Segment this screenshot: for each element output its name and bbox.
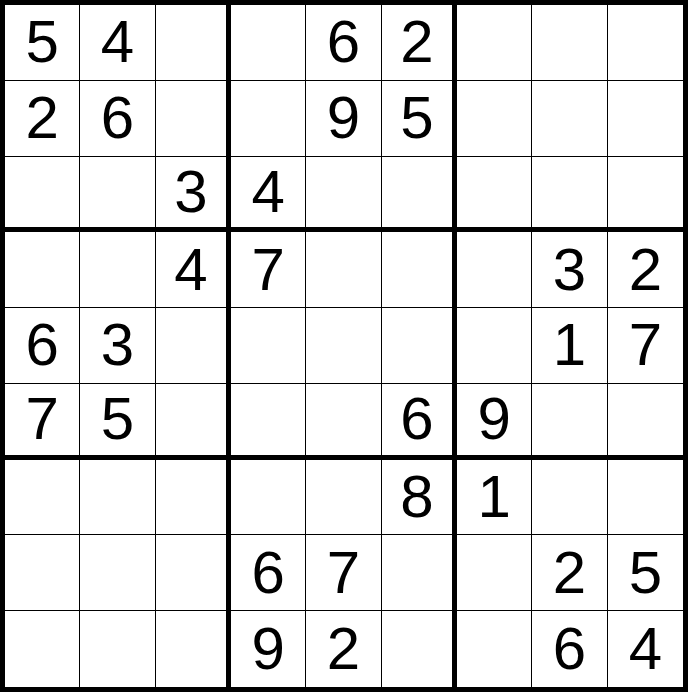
cell-r1c3-empty[interactable] — [156, 5, 231, 81]
cell-r8c1-empty[interactable] — [5, 535, 80, 611]
cell-r3c3-given: 3 — [156, 157, 231, 233]
cell-r9c1-empty[interactable] — [5, 611, 80, 687]
cell-r5c6-empty[interactable] — [382, 308, 457, 384]
cell-r5c7-empty[interactable] — [457, 308, 532, 384]
cell-r3c8-empty[interactable] — [532, 157, 607, 233]
cell-r7c9-empty[interactable] — [608, 460, 683, 536]
cell-r8c9-given: 5 — [608, 535, 683, 611]
cell-r4c1-empty[interactable] — [5, 232, 80, 308]
cell-r7c3-empty[interactable] — [156, 460, 231, 536]
cell-r7c6-given: 8 — [382, 460, 457, 536]
cell-r4c7-empty[interactable] — [457, 232, 532, 308]
cell-r1c4-empty[interactable] — [231, 5, 306, 81]
cell-r6c9-empty[interactable] — [608, 384, 683, 460]
sudoku-page: 54622695344732631775698167259264 — [0, 0, 691, 695]
cell-r5c9-given: 7 — [608, 308, 683, 384]
cell-r2c3-empty[interactable] — [156, 81, 231, 157]
cell-r8c8-given: 2 — [532, 535, 607, 611]
cell-r2c8-empty[interactable] — [532, 81, 607, 157]
cell-r9c7-empty[interactable] — [457, 611, 532, 687]
cell-r5c5-empty[interactable] — [306, 308, 381, 384]
cell-r4c4-given: 7 — [231, 232, 306, 308]
cell-r2c9-empty[interactable] — [608, 81, 683, 157]
cell-r4c6-empty[interactable] — [382, 232, 457, 308]
cell-r1c5-given: 6 — [306, 5, 381, 81]
cell-r9c2-empty[interactable] — [80, 611, 155, 687]
sudoku-board: 54622695344732631775698167259264 — [0, 0, 688, 692]
cell-r6c3-empty[interactable] — [156, 384, 231, 460]
cell-r9c6-empty[interactable] — [382, 611, 457, 687]
cell-r8c6-empty[interactable] — [382, 535, 457, 611]
cell-r8c7-empty[interactable] — [457, 535, 532, 611]
cell-r6c1-given: 7 — [5, 384, 80, 460]
cell-r7c7-given: 1 — [457, 460, 532, 536]
cell-r2c7-empty[interactable] — [457, 81, 532, 157]
cell-r4c9-given: 2 — [608, 232, 683, 308]
cell-r2c1-given: 2 — [5, 81, 80, 157]
cell-r1c1-given: 5 — [5, 5, 80, 81]
cell-r5c3-empty[interactable] — [156, 308, 231, 384]
cell-r3c5-empty[interactable] — [306, 157, 381, 233]
cell-r7c5-empty[interactable] — [306, 460, 381, 536]
cell-r6c6-given: 6 — [382, 384, 457, 460]
cell-r3c1-empty[interactable] — [5, 157, 80, 233]
cell-r3c4-given: 4 — [231, 157, 306, 233]
cell-r8c3-empty[interactable] — [156, 535, 231, 611]
cell-r1c7-empty[interactable] — [457, 5, 532, 81]
cell-r6c2-given: 5 — [80, 384, 155, 460]
cell-r3c9-empty[interactable] — [608, 157, 683, 233]
cell-r4c8-given: 3 — [532, 232, 607, 308]
cell-r6c4-empty[interactable] — [231, 384, 306, 460]
cell-r8c2-empty[interactable] — [80, 535, 155, 611]
cell-r4c5-empty[interactable] — [306, 232, 381, 308]
cell-r7c4-empty[interactable] — [231, 460, 306, 536]
cell-r7c2-empty[interactable] — [80, 460, 155, 536]
cell-r7c8-empty[interactable] — [532, 460, 607, 536]
cell-r5c8-given: 1 — [532, 308, 607, 384]
cell-r8c4-given: 6 — [231, 535, 306, 611]
cell-r8c5-given: 7 — [306, 535, 381, 611]
cell-r6c5-empty[interactable] — [306, 384, 381, 460]
cell-r1c2-given: 4 — [80, 5, 155, 81]
cell-r5c1-given: 6 — [5, 308, 80, 384]
cell-r5c4-empty[interactable] — [231, 308, 306, 384]
cell-r6c8-empty[interactable] — [532, 384, 607, 460]
cell-r7c1-empty[interactable] — [5, 460, 80, 536]
cell-r2c6-given: 5 — [382, 81, 457, 157]
cell-r6c7-given: 9 — [457, 384, 532, 460]
cell-r5c2-given: 3 — [80, 308, 155, 384]
cell-r3c6-empty[interactable] — [382, 157, 457, 233]
cell-r4c3-given: 4 — [156, 232, 231, 308]
cell-r9c4-given: 9 — [231, 611, 306, 687]
cell-r1c6-given: 2 — [382, 5, 457, 81]
cell-r3c7-empty[interactable] — [457, 157, 532, 233]
cell-r9c9-given: 4 — [608, 611, 683, 687]
cell-r2c2-given: 6 — [80, 81, 155, 157]
cell-r9c5-given: 2 — [306, 611, 381, 687]
cell-r2c5-given: 9 — [306, 81, 381, 157]
cell-r4c2-empty[interactable] — [80, 232, 155, 308]
cell-r1c9-empty[interactable] — [608, 5, 683, 81]
cell-r2c4-empty[interactable] — [231, 81, 306, 157]
cell-r1c8-empty[interactable] — [532, 5, 607, 81]
cell-r9c8-given: 6 — [532, 611, 607, 687]
cell-r3c2-empty[interactable] — [80, 157, 155, 233]
cell-r9c3-empty[interactable] — [156, 611, 231, 687]
